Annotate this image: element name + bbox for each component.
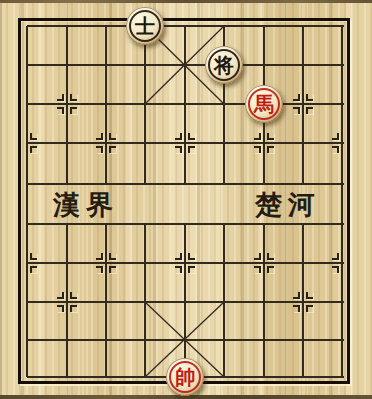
piece-red-general[interactable]: 帥 xyxy=(166,358,204,396)
piece-glyph: 馬 xyxy=(245,85,283,123)
xiangqi-board[interactable]: 漢界 楚河 士将馬帥 xyxy=(0,0,372,399)
piece-black-general[interactable]: 将 xyxy=(205,46,243,84)
piece-layer: 士将馬帥 xyxy=(0,0,372,399)
piece-glyph: 士 xyxy=(126,7,164,45)
piece-glyph: 将 xyxy=(205,46,243,84)
piece-red-horse[interactable]: 馬 xyxy=(245,85,283,123)
piece-glyph: 帥 xyxy=(166,358,204,396)
piece-black-advisor[interactable]: 士 xyxy=(126,7,164,45)
